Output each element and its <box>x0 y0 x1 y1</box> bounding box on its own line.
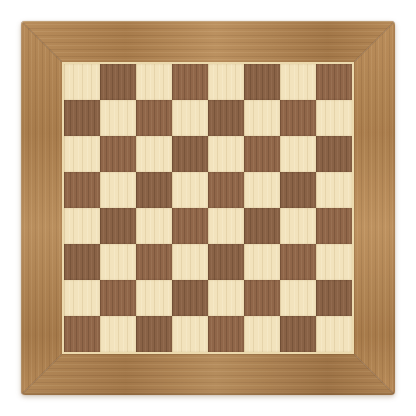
square-f5[interactable] <box>244 172 280 208</box>
board-frame-bottom <box>21 354 395 395</box>
square-b8[interactable] <box>100 64 136 100</box>
square-g5[interactable] <box>280 172 316 208</box>
square-b2[interactable] <box>100 280 136 316</box>
square-f1[interactable] <box>244 316 280 352</box>
square-a5[interactable] <box>64 172 100 208</box>
square-d3[interactable] <box>172 244 208 280</box>
square-c6[interactable] <box>136 136 172 172</box>
square-e6[interactable] <box>208 136 244 172</box>
squares-grid <box>64 64 352 352</box>
square-f6[interactable] <box>244 136 280 172</box>
square-h8[interactable] <box>316 64 352 100</box>
square-b3[interactable] <box>100 244 136 280</box>
square-h6[interactable] <box>316 136 352 172</box>
square-e1[interactable] <box>208 316 244 352</box>
square-d4[interactable] <box>172 208 208 244</box>
square-h3[interactable] <box>316 244 352 280</box>
square-d6[interactable] <box>172 136 208 172</box>
maple-inlay-border <box>62 62 354 354</box>
square-a7[interactable] <box>64 100 100 136</box>
square-d1[interactable] <box>172 316 208 352</box>
square-e5[interactable] <box>208 172 244 208</box>
square-e4[interactable] <box>208 208 244 244</box>
square-h7[interactable] <box>316 100 352 136</box>
square-a2[interactable] <box>64 280 100 316</box>
square-a3[interactable] <box>64 244 100 280</box>
square-a8[interactable] <box>64 64 100 100</box>
square-c3[interactable] <box>136 244 172 280</box>
square-b7[interactable] <box>100 100 136 136</box>
square-f2[interactable] <box>244 280 280 316</box>
board-frame-left <box>21 21 62 395</box>
square-h5[interactable] <box>316 172 352 208</box>
square-c7[interactable] <box>136 100 172 136</box>
page-background <box>0 0 416 416</box>
square-c2[interactable] <box>136 280 172 316</box>
square-d5[interactable] <box>172 172 208 208</box>
square-g4[interactable] <box>280 208 316 244</box>
square-f8[interactable] <box>244 64 280 100</box>
square-a1[interactable] <box>64 316 100 352</box>
square-g8[interactable] <box>280 64 316 100</box>
square-h1[interactable] <box>316 316 352 352</box>
square-h2[interactable] <box>316 280 352 316</box>
square-e3[interactable] <box>208 244 244 280</box>
square-g6[interactable] <box>280 136 316 172</box>
square-c1[interactable] <box>136 316 172 352</box>
square-g2[interactable] <box>280 280 316 316</box>
square-e8[interactable] <box>208 64 244 100</box>
square-c5[interactable] <box>136 172 172 208</box>
square-d2[interactable] <box>172 280 208 316</box>
square-a6[interactable] <box>64 136 100 172</box>
square-d7[interactable] <box>172 100 208 136</box>
chess-board <box>21 21 395 395</box>
board-frame-top <box>21 21 395 62</box>
square-b1[interactable] <box>100 316 136 352</box>
square-b4[interactable] <box>100 208 136 244</box>
board-frame-right <box>354 21 395 395</box>
square-d8[interactable] <box>172 64 208 100</box>
square-f3[interactable] <box>244 244 280 280</box>
square-f7[interactable] <box>244 100 280 136</box>
square-b5[interactable] <box>100 172 136 208</box>
square-g1[interactable] <box>280 316 316 352</box>
square-h4[interactable] <box>316 208 352 244</box>
square-c8[interactable] <box>136 64 172 100</box>
square-e7[interactable] <box>208 100 244 136</box>
square-b6[interactable] <box>100 136 136 172</box>
square-g3[interactable] <box>280 244 316 280</box>
square-g7[interactable] <box>280 100 316 136</box>
square-f4[interactable] <box>244 208 280 244</box>
square-c4[interactable] <box>136 208 172 244</box>
square-e2[interactable] <box>208 280 244 316</box>
square-a4[interactable] <box>64 208 100 244</box>
